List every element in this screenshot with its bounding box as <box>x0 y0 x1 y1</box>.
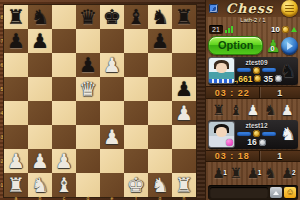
expand-button[interactable] <box>270 187 282 198</box>
square-c5[interactable] <box>52 77 76 101</box>
square-a7[interactable]: ♟ <box>4 29 28 53</box>
captured-piece-p: ♟ <box>247 100 260 120</box>
square-f7[interactable] <box>124 29 148 53</box>
coins-bottom: 16 <box>247 138 256 146</box>
captured-piece-p: ♟1 <box>247 163 260 183</box>
captured-tray-bottom: ♟1♜♟1♞♟2 <box>206 162 300 183</box>
square-b1[interactable]: ♞ <box>28 173 52 197</box>
moves-bottom: 1 <box>260 151 300 161</box>
play-icon <box>287 42 293 50</box>
square-b2[interactable]: ♟ <box>28 149 52 173</box>
pawn-counter-icon[interactable]: ♟ 0 <box>265 36 279 56</box>
square-a6[interactable] <box>4 53 28 77</box>
square-f6[interactable] <box>124 53 148 77</box>
green-arrow-icon <box>291 27 297 32</box>
square-g3[interactable] <box>148 125 172 149</box>
square-h2[interactable] <box>172 149 196 173</box>
play-button[interactable] <box>281 37 298 55</box>
square-h4[interactable]: ♟ <box>172 101 196 125</box>
moves-top: 1 <box>260 88 300 98</box>
player-card-top: ztest09 1,661 35 ♞ <box>208 57 298 86</box>
square-g8[interactable]: ♞ <box>148 5 172 29</box>
square-g5[interactable] <box>148 77 172 101</box>
square-a3[interactable] <box>4 125 28 149</box>
square-c2[interactable]: ♟ <box>52 149 76 173</box>
square-h8[interactable]: ♜ <box>172 5 196 29</box>
square-e8[interactable]: ♚ <box>100 5 124 29</box>
control-row: Option ♟ 0 <box>206 35 300 57</box>
square-d7[interactable] <box>76 29 100 53</box>
chess-board[interactable]: ♜♞♛♚♝♞♜♟♟♟♟♟♛♟♟♟♟♟♟♜♞♝♚♞♜ <box>4 5 196 197</box>
captured-piece-p: ♟2 <box>281 163 294 183</box>
square-h5[interactable]: ♟ <box>172 77 196 101</box>
gold-coin-icon <box>254 75 261 82</box>
header-bar: Chess <box>206 0 300 17</box>
captured-tray-top: ♜♝♟♞♟ <box>206 99 300 120</box>
file-labels: abcdefgh <box>4 196 196 200</box>
square-d8[interactable]: ♛ <box>76 5 100 29</box>
square-h7[interactable] <box>172 29 196 53</box>
rating-bars-bottom <box>237 130 276 137</box>
chess-app-window: 87654321 ♜♞♛♚♝♞♜♟♟♟♟♟♛♟♟♟♟♟♟♜♞♝♚♞♜ abcde… <box>0 0 300 200</box>
white-knight-icon: ♞ <box>279 121 297 147</box>
square-f8[interactable]: ♝ <box>124 5 148 29</box>
rating-bars-top <box>237 67 276 74</box>
option-button[interactable]: Option <box>208 36 263 55</box>
square-f1[interactable]: ♚ <box>124 173 148 197</box>
square-f3[interactable] <box>124 125 148 149</box>
chat-bar: ☺ <box>208 185 298 200</box>
signal-icon <box>225 25 233 33</box>
square-f2[interactable] <box>124 149 148 173</box>
pawn-counter-value: 0 <box>265 44 279 53</box>
clock-top: 03 : 22 <box>206 88 259 98</box>
square-d3[interactable] <box>76 125 100 149</box>
square-c7[interactable] <box>52 29 76 53</box>
square-g2[interactable] <box>148 149 172 173</box>
square-b8[interactable]: ♞ <box>28 5 52 29</box>
square-d5[interactable]: ♛ <box>76 77 100 101</box>
up-arrow-icon <box>273 191 279 195</box>
square-b4[interactable] <box>28 101 52 125</box>
gold-coin-icon <box>282 26 289 33</box>
chat-input[interactable] <box>210 187 268 198</box>
menu-button[interactable] <box>281 0 298 17</box>
captured-piece-p: ♟ <box>281 100 294 120</box>
clock-bottom: 03 : 18 <box>206 151 259 161</box>
app-flag-icon <box>209 4 218 13</box>
square-e2[interactable] <box>100 149 124 173</box>
square-g7[interactable]: ♟ <box>148 29 172 53</box>
avatar-ztest12 <box>209 122 234 147</box>
captured-piece-b: ♝ <box>230 100 243 120</box>
square-g6[interactable] <box>148 53 172 77</box>
square-c4[interactable] <box>52 101 76 125</box>
captured-piece-n: ♞ <box>264 163 277 183</box>
player-card-bottom: ztest12 16 ♞ <box>208 120 298 149</box>
square-h6[interactable] <box>172 53 196 77</box>
silver-coin-icon <box>259 139 266 146</box>
square-e6[interactable]: ♟ <box>100 53 124 77</box>
square-d1[interactable] <box>76 173 100 197</box>
square-e5[interactable] <box>100 77 124 101</box>
square-d6[interactable]: ♟ <box>76 53 100 77</box>
square-e7[interactable] <box>100 29 124 53</box>
square-d4[interactable] <box>76 101 100 125</box>
square-a8[interactable]: ♜ <box>4 5 28 29</box>
square-a1[interactable]: ♜ <box>4 173 28 197</box>
coin-icon <box>253 67 260 74</box>
square-b3[interactable] <box>28 125 52 149</box>
captured-piece-n: ♞ <box>264 100 277 120</box>
square-a5[interactable] <box>4 77 28 101</box>
square-e3[interactable]: ♟ <box>100 125 124 149</box>
square-b6[interactable] <box>28 53 52 77</box>
square-e4[interactable] <box>100 101 124 125</box>
captured-piece-r: ♜ <box>230 163 243 183</box>
square-a4[interactable] <box>4 101 28 125</box>
board-frame: 87654321 ♜♞♛♚♝♞♜♟♟♟♟♟♛♟♟♟♟♟♟♜♞♝♚♞♜ abcde… <box>0 0 205 200</box>
captured-piece-p: ♟1 <box>212 163 225 183</box>
square-c3[interactable] <box>52 125 76 149</box>
rating-top: 1,661 <box>231 75 252 83</box>
coins-top: 35 <box>263 75 272 83</box>
emoji-button[interactable]: ☺ <box>284 187 296 198</box>
square-h3[interactable] <box>172 125 196 149</box>
captured-piece-r: ♜ <box>212 100 225 120</box>
room-label: Lath-2 / 1 <box>206 17 300 24</box>
timer-bar-top: 03 : 22 1 <box>206 86 300 99</box>
coin-count: 10 <box>271 25 280 34</box>
player-name-top: ztest09 <box>245 59 267 66</box>
square-c1[interactable]: ♝ <box>52 173 76 197</box>
square-b5[interactable] <box>28 77 52 101</box>
coin-icon <box>253 130 260 137</box>
status-row: 21 10 <box>206 24 300 35</box>
square-h1[interactable]: ♜ <box>172 173 196 197</box>
level-badge: 21 <box>209 25 223 34</box>
square-c8[interactable] <box>52 5 76 29</box>
pink-badge-icon <box>226 139 233 146</box>
square-f5[interactable] <box>124 77 148 101</box>
square-g1[interactable]: ♞ <box>148 173 172 197</box>
square-d2[interactable] <box>76 149 100 173</box>
square-a2[interactable]: ♟ <box>4 149 28 173</box>
square-c6[interactable] <box>52 53 76 77</box>
sidebar: Chess Lath-2 / 1 21 10 Option ♟ 0 <box>205 0 300 200</box>
square-f4[interactable] <box>124 101 148 125</box>
square-e1[interactable] <box>100 173 124 197</box>
square-g4[interactable] <box>148 101 172 125</box>
player-name-bottom: ztest12 <box>245 122 267 129</box>
avatar-ztest09 <box>209 58 234 83</box>
app-title: Chess <box>218 1 281 16</box>
square-b7[interactable]: ♟ <box>28 29 52 53</box>
black-knight-icon: ♞ <box>279 58 297 84</box>
timer-bar-bottom: 03 : 18 1 <box>206 150 300 163</box>
